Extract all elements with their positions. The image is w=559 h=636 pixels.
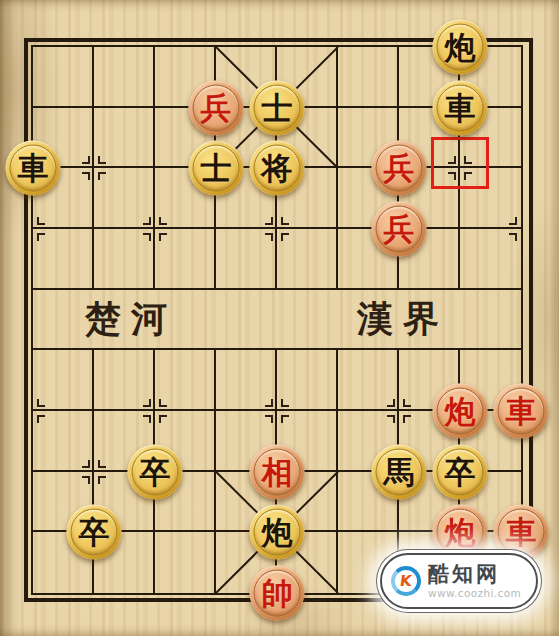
piece-red-soldier[interactable]: 兵 — [372, 141, 427, 196]
piece-red-soldier[interactable]: 兵 — [189, 80, 244, 135]
point-marker — [385, 397, 413, 425]
piece-black-chariot[interactable]: 車 — [6, 141, 61, 196]
point-marker — [507, 215, 535, 243]
piece-red-soldier[interactable]: 兵 — [372, 202, 427, 257]
xiangqi-board-screenshot: 楚河 漢界 炮車士車士将卒馬卒卒炮兵兵兵炮車相炮車帥 K 酷知网 www.coo… — [0, 0, 559, 636]
point-marker — [80, 154, 108, 182]
piece-red-general[interactable]: 帥 — [250, 566, 305, 621]
piece-red-cannon[interactable]: 炮 — [433, 505, 488, 560]
coozhi-logo-letter: K — [399, 572, 413, 590]
piece-black-soldier[interactable]: 卒 — [128, 444, 183, 499]
point-marker — [80, 458, 108, 486]
piece-red-chariot[interactable]: 車 — [494, 505, 549, 560]
point-marker — [263, 397, 291, 425]
point-marker — [141, 397, 169, 425]
piece-black-cannon[interactable]: 炮 — [433, 20, 488, 75]
piece-red-elephant[interactable]: 相 — [250, 444, 305, 499]
piece-red-cannon[interactable]: 炮 — [433, 384, 488, 439]
point-marker — [19, 397, 47, 425]
highlight-square — [431, 137, 489, 189]
watermark-badge: K 酷知网 www.coozhi.com — [380, 553, 538, 609]
piece-black-cannon[interactable]: 炮 — [250, 505, 305, 560]
watermark-site-name: 酷知网 — [428, 564, 521, 585]
point-marker — [263, 215, 291, 243]
watermark-site-url: www.coozhi.com — [428, 588, 521, 599]
point-marker — [19, 215, 47, 243]
coozhi-logo-icon: K — [391, 566, 421, 596]
piece-black-horse[interactable]: 馬 — [372, 444, 427, 499]
piece-black-soldier[interactable]: 卒 — [67, 505, 122, 560]
piece-red-chariot[interactable]: 車 — [494, 384, 549, 439]
play-area[interactable]: 炮車士車士将卒馬卒卒炮兵兵兵炮車相炮車帥 — [33, 47, 521, 593]
piece-black-general[interactable]: 将 — [250, 141, 305, 196]
piece-black-soldier[interactable]: 卒 — [433, 444, 488, 499]
point-marker — [141, 215, 169, 243]
piece-black-chariot[interactable]: 車 — [433, 80, 488, 135]
piece-black-advisor[interactable]: 士 — [250, 80, 305, 135]
piece-black-advisor[interactable]: 士 — [189, 141, 244, 196]
